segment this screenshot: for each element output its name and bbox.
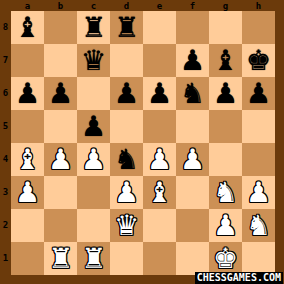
piece-black-pawn: ♟ [15, 77, 40, 110]
rank-labels: 87654321 [0, 11, 11, 275]
square-g7[interactable]: ♝ [209, 44, 242, 77]
square-e5[interactable] [143, 110, 176, 143]
square-d2[interactable]: ♛ [110, 209, 143, 242]
piece-black-pawn: ♟ [114, 77, 139, 110]
square-d5[interactable] [110, 110, 143, 143]
square-b3[interactable] [44, 176, 77, 209]
square-g3[interactable]: ♞ [209, 176, 242, 209]
file-label-e: e [143, 0, 176, 11]
rank-label-5: 5 [0, 110, 11, 143]
file-label-d: d [110, 0, 143, 11]
square-h7[interactable]: ♚ [242, 44, 275, 77]
square-d4[interactable]: ♞ [110, 143, 143, 176]
piece-white-pawn: ♟ [81, 143, 106, 176]
square-a7[interactable] [11, 44, 44, 77]
piece-black-pawn: ♟ [81, 110, 106, 143]
square-b7[interactable] [44, 44, 77, 77]
piece-black-rook: ♜ [81, 11, 106, 44]
square-g4[interactable] [209, 143, 242, 176]
square-c7[interactable]: ♛ [77, 44, 110, 77]
piece-white-knight: ♞ [246, 209, 271, 242]
square-h6[interactable]: ♟ [242, 77, 275, 110]
square-d8[interactable]: ♜ [110, 11, 143, 44]
square-a6[interactable]: ♟ [11, 77, 44, 110]
piece-white-rook: ♜ [81, 242, 106, 275]
square-b8[interactable] [44, 11, 77, 44]
square-a4[interactable]: ♝ [11, 143, 44, 176]
square-d6[interactable]: ♟ [110, 77, 143, 110]
square-c3[interactable] [77, 176, 110, 209]
square-f7[interactable]: ♟ [176, 44, 209, 77]
piece-black-knight: ♞ [180, 77, 205, 110]
piece-white-rook: ♜ [48, 242, 73, 275]
square-e4[interactable]: ♟ [143, 143, 176, 176]
square-a2[interactable] [11, 209, 44, 242]
square-e3[interactable]: ♝ [143, 176, 176, 209]
square-f5[interactable] [176, 110, 209, 143]
rank-label-4: 4 [0, 143, 11, 176]
square-h1[interactable] [242, 242, 275, 275]
square-f6[interactable]: ♞ [176, 77, 209, 110]
square-h4[interactable] [242, 143, 275, 176]
square-b5[interactable] [44, 110, 77, 143]
site-watermark: CHESSGAMES.COM [195, 272, 283, 284]
square-h8[interactable] [242, 11, 275, 44]
square-d7[interactable] [110, 44, 143, 77]
square-e2[interactable] [143, 209, 176, 242]
piece-white-knight: ♞ [213, 176, 238, 209]
rank-label-7: 7 [0, 44, 11, 77]
square-f1[interactable] [176, 242, 209, 275]
square-g2[interactable]: ♟ [209, 209, 242, 242]
piece-white-bishop: ♝ [15, 143, 40, 176]
piece-white-queen: ♛ [114, 209, 139, 242]
square-a5[interactable] [11, 110, 44, 143]
piece-white-pawn: ♟ [15, 176, 40, 209]
square-h5[interactable] [242, 110, 275, 143]
file-label-c: c [77, 0, 110, 11]
square-b6[interactable]: ♟ [44, 77, 77, 110]
rank-label-3: 3 [0, 176, 11, 209]
piece-white-pawn: ♟ [246, 176, 271, 209]
square-g1[interactable]: ♚ [209, 242, 242, 275]
square-b2[interactable] [44, 209, 77, 242]
piece-white-pawn: ♟ [48, 143, 73, 176]
piece-white-pawn: ♟ [213, 209, 238, 242]
file-labels: abcdefgh [11, 0, 275, 11]
square-f4[interactable]: ♟ [176, 143, 209, 176]
square-a3[interactable]: ♟ [11, 176, 44, 209]
piece-white-pawn: ♟ [180, 143, 205, 176]
square-c8[interactable]: ♜ [77, 11, 110, 44]
piece-black-rook: ♜ [114, 11, 139, 44]
piece-white-pawn: ♟ [114, 176, 139, 209]
file-label-h: h [242, 0, 275, 11]
square-a8[interactable]: ♝ [11, 11, 44, 44]
square-h3[interactable]: ♟ [242, 176, 275, 209]
piece-black-bishop: ♝ [213, 44, 238, 77]
piece-black-knight: ♞ [114, 143, 139, 176]
piece-white-pawn: ♟ [147, 143, 172, 176]
rank-label-2: 2 [0, 209, 11, 242]
file-label-a: a [11, 0, 44, 11]
piece-black-pawn: ♟ [180, 44, 205, 77]
square-c5[interactable]: ♟ [77, 110, 110, 143]
piece-black-pawn: ♟ [246, 77, 271, 110]
square-g6[interactable]: ♟ [209, 77, 242, 110]
square-e8[interactable] [143, 11, 176, 44]
square-c4[interactable]: ♟ [77, 143, 110, 176]
chessboard-frame: abcdefgh 87654321 ♝♜♜♛♟♝♚♟♟♟♟♞♟♟♟♝♟♟♞♟♟♟… [0, 0, 284, 284]
chessboard: ♝♜♜♛♟♝♚♟♟♟♟♞♟♟♟♝♟♟♞♟♟♟♟♝♞♟♛♟♞♜♜♚ [11, 11, 275, 275]
rank-label-8: 8 [0, 11, 11, 44]
piece-black-pawn: ♟ [48, 77, 73, 110]
rank-label-6: 6 [0, 77, 11, 110]
piece-white-bishop: ♝ [147, 176, 172, 209]
square-f3[interactable] [176, 176, 209, 209]
square-b4[interactable]: ♟ [44, 143, 77, 176]
square-c6[interactable] [77, 77, 110, 110]
piece-black-pawn: ♟ [213, 77, 238, 110]
piece-black-bishop: ♝ [15, 11, 40, 44]
file-label-f: f [176, 0, 209, 11]
rank-label-1: 1 [0, 242, 11, 275]
piece-black-queen: ♛ [81, 44, 106, 77]
square-h2[interactable]: ♞ [242, 209, 275, 242]
square-b1[interactable]: ♜ [44, 242, 77, 275]
square-g5[interactable] [209, 110, 242, 143]
square-f8[interactable] [176, 11, 209, 44]
square-e1[interactable] [143, 242, 176, 275]
square-g8[interactable] [209, 11, 242, 44]
file-label-g: g [209, 0, 242, 11]
square-c2[interactable] [77, 209, 110, 242]
square-a1[interactable] [11, 242, 44, 275]
square-e7[interactable] [143, 44, 176, 77]
square-d1[interactable] [110, 242, 143, 275]
square-e6[interactable]: ♟ [143, 77, 176, 110]
square-c1[interactable]: ♜ [77, 242, 110, 275]
piece-black-king: ♚ [246, 44, 271, 77]
file-label-b: b [44, 0, 77, 11]
square-d3[interactable]: ♟ [110, 176, 143, 209]
piece-black-pawn: ♟ [147, 77, 172, 110]
square-f2[interactable] [176, 209, 209, 242]
piece-white-king: ♚ [213, 242, 238, 275]
